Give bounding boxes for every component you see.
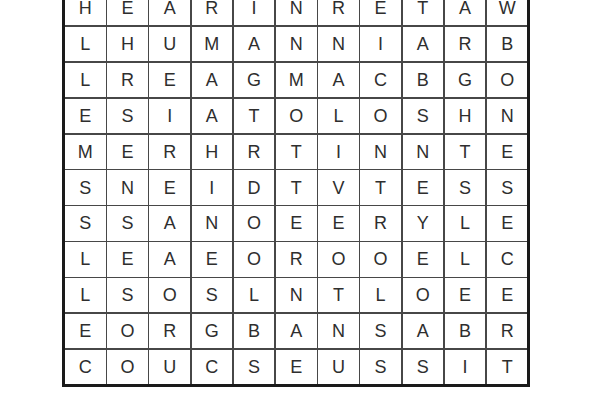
- grid-cell-r6c7[interactable]: V: [318, 170, 359, 204]
- grid-cell-r8c11[interactable]: C: [487, 242, 528, 276]
- grid-cell-r6c1[interactable]: S: [65, 170, 106, 204]
- grid-cell-r11c7[interactable]: U: [318, 350, 359, 384]
- grid-cell-r2c3[interactable]: U: [149, 27, 190, 61]
- grid-cell-r4c9[interactable]: S: [403, 99, 444, 133]
- grid-cell-r10c3[interactable]: R: [149, 314, 190, 348]
- grid-cell-r8c9[interactable]: E: [403, 242, 444, 276]
- grid-cell-r1c11[interactable]: W: [487, 0, 528, 25]
- grid-cell-r2c6[interactable]: N: [276, 27, 317, 61]
- grid-cell-r5c2[interactable]: E: [107, 135, 148, 169]
- grid-cell-r9c6[interactable]: N: [276, 278, 317, 312]
- grid-cell-r9c3[interactable]: O: [149, 278, 190, 312]
- grid-cell-r6c10[interactable]: S: [445, 170, 486, 204]
- grid-cell-r3c10[interactable]: G: [445, 63, 486, 97]
- grid-cell-r7c1[interactable]: S: [65, 206, 106, 240]
- grid-cell-r7c6[interactable]: E: [276, 206, 317, 240]
- grid-cell-r7c2[interactable]: S: [107, 206, 148, 240]
- grid-cell-r8c8[interactable]: O: [360, 242, 401, 276]
- grid-cell-r10c2[interactable]: O: [107, 314, 148, 348]
- grid-cell-r10c10[interactable]: B: [445, 314, 486, 348]
- grid-cell-r5c9[interactable]: N: [403, 135, 444, 169]
- grid-cell-r6c11[interactable]: S: [487, 170, 528, 204]
- grid-cell-r1c4[interactable]: R: [192, 0, 233, 25]
- grid-cell-r8c4[interactable]: E: [192, 242, 233, 276]
- grid-cell-r3c5[interactable]: G: [234, 63, 275, 97]
- grid-cell-r4c2[interactable]: S: [107, 99, 148, 133]
- grid-cell-r6c3[interactable]: E: [149, 170, 190, 204]
- grid-cell-r5c10[interactable]: T: [445, 135, 486, 169]
- grid-cell-r11c2[interactable]: O: [107, 350, 148, 384]
- grid-cell-r3c6[interactable]: M: [276, 63, 317, 97]
- grid-cell-r4c3[interactable]: I: [149, 99, 190, 133]
- grid-cell-r9c11[interactable]: E: [487, 278, 528, 312]
- grid-cell-r6c6[interactable]: T: [276, 170, 317, 204]
- grid-cell-r1c5[interactable]: I: [234, 0, 275, 25]
- grid-cell-r6c4[interactable]: I: [192, 170, 233, 204]
- grid-cell-r1c7[interactable]: R: [318, 0, 359, 25]
- grid-cell-r7c10[interactable]: L: [445, 206, 486, 240]
- grid-cell-r5c11[interactable]: E: [487, 135, 528, 169]
- grid-cell-r4c6[interactable]: O: [276, 99, 317, 133]
- grid-cell-r5c7[interactable]: I: [318, 135, 359, 169]
- grid-cell-r2c4[interactable]: M: [192, 27, 233, 61]
- grid-cell-r8c10[interactable]: L: [445, 242, 486, 276]
- grid-cell-r3c7[interactable]: A: [318, 63, 359, 97]
- grid-cell-r2c8[interactable]: I: [360, 27, 401, 61]
- grid-cell-r8c2[interactable]: E: [107, 242, 148, 276]
- grid-cell-r1c1[interactable]: H: [65, 0, 106, 25]
- grid-cell-r4c7[interactable]: L: [318, 99, 359, 133]
- grid-cell-r9c7[interactable]: T: [318, 278, 359, 312]
- grid-cell-r11c9[interactable]: S: [403, 350, 444, 384]
- grid-cell-r2c5[interactable]: A: [234, 27, 275, 61]
- grid-cell-r7c9[interactable]: Y: [403, 206, 444, 240]
- grid-cell-r4c4[interactable]: A: [192, 99, 233, 133]
- grid-cell-r3c11[interactable]: O: [487, 63, 528, 97]
- grid-cell-r3c1[interactable]: L: [65, 63, 106, 97]
- grid-cell-r5c3[interactable]: R: [149, 135, 190, 169]
- grid-cell-r7c11[interactable]: E: [487, 206, 528, 240]
- grid-cell-r11c1[interactable]: C: [65, 350, 106, 384]
- grid-cell-r2c7[interactable]: N: [318, 27, 359, 61]
- grid-cell-r2c9[interactable]: A: [403, 27, 444, 61]
- grid-cell-r7c3[interactable]: A: [149, 206, 190, 240]
- grid-cell-r9c8[interactable]: L: [360, 278, 401, 312]
- grid-cell-r9c10[interactable]: E: [445, 278, 486, 312]
- grid-cell-r8c5[interactable]: O: [234, 242, 275, 276]
- grid-cell-r11c11[interactable]: T: [487, 350, 528, 384]
- grid-cell-r1c8[interactable]: E: [360, 0, 401, 25]
- grid-cell-r8c6[interactable]: R: [276, 242, 317, 276]
- grid-cell-r6c8[interactable]: T: [360, 170, 401, 204]
- grid-cell-r5c5[interactable]: R: [234, 135, 275, 169]
- grid-cell-r1c9[interactable]: T: [403, 0, 444, 25]
- grid-cell-r9c1[interactable]: L: [65, 278, 106, 312]
- grid-cell-r5c6[interactable]: T: [276, 135, 317, 169]
- grid-cell-r9c5[interactable]: L: [234, 278, 275, 312]
- grid-cell-r1c3[interactable]: A: [149, 0, 190, 25]
- grid-cell-r9c2[interactable]: S: [107, 278, 148, 312]
- grid-cell-r8c7[interactable]: O: [318, 242, 359, 276]
- grid-cell-r7c4[interactable]: N: [192, 206, 233, 240]
- grid-cell-r10c5[interactable]: B: [234, 314, 275, 348]
- grid-cell-r7c7[interactable]: E: [318, 206, 359, 240]
- grid-cell-r8c1[interactable]: L: [65, 242, 106, 276]
- grid-cell-r10c4[interactable]: G: [192, 314, 233, 348]
- grid-cell-r1c6[interactable]: N: [276, 0, 317, 25]
- grid-cell-r3c2[interactable]: R: [107, 63, 148, 97]
- grid-cell-r7c5[interactable]: O: [234, 206, 275, 240]
- grid-cell-r2c1[interactable]: L: [65, 27, 106, 61]
- grid-cell-r4c11[interactable]: N: [487, 99, 528, 133]
- grid-cell-r4c8[interactable]: O: [360, 99, 401, 133]
- grid-cell-r10c11[interactable]: R: [487, 314, 528, 348]
- grid-cell-r10c7[interactable]: N: [318, 314, 359, 348]
- grid-cell-r2c2[interactable]: H: [107, 27, 148, 61]
- grid-cell-r10c8[interactable]: S: [360, 314, 401, 348]
- grid-cell-r11c10[interactable]: I: [445, 350, 486, 384]
- grid-cell-r11c8[interactable]: S: [360, 350, 401, 384]
- grid-cell-r5c1[interactable]: M: [65, 135, 106, 169]
- grid-cell-r9c4[interactable]: S: [192, 278, 233, 312]
- grid-cell-r6c2[interactable]: N: [107, 170, 148, 204]
- grid-cell-r11c5[interactable]: S: [234, 350, 275, 384]
- grid-cell-r10c9[interactable]: A: [403, 314, 444, 348]
- grid-cell-r11c6[interactable]: E: [276, 350, 317, 384]
- grid-cell-r2c11[interactable]: B: [487, 27, 528, 61]
- grid-cell-r4c10[interactable]: H: [445, 99, 486, 133]
- word-search-board: HEARINRETAWLHUMANNIARBLREAGMACBGOESIATOL…: [62, 0, 530, 387]
- grid-cell-r5c4[interactable]: H: [192, 135, 233, 169]
- grid-cell-r1c10[interactable]: A: [445, 0, 486, 25]
- grid-cell-r6c5[interactable]: D: [234, 170, 275, 204]
- grid-cell-r7c8[interactable]: R: [360, 206, 401, 240]
- grid-cell-r10c1[interactable]: E: [65, 314, 106, 348]
- grid-cell-r1c2[interactable]: E: [107, 0, 148, 25]
- grid-cell-r4c5[interactable]: T: [234, 99, 275, 133]
- grid-cell-r3c9[interactable]: B: [403, 63, 444, 97]
- grid-cell-r6c9[interactable]: E: [403, 170, 444, 204]
- grid-cell-r10c6[interactable]: A: [276, 314, 317, 348]
- grid-cell-r8c3[interactable]: A: [149, 242, 190, 276]
- grid-cell-r9c9[interactable]: O: [403, 278, 444, 312]
- grid-cell-r3c3[interactable]: E: [149, 63, 190, 97]
- grid-cell-r11c3[interactable]: U: [149, 350, 190, 384]
- grid-cell-r4c1[interactable]: E: [65, 99, 106, 133]
- grid-cell-r2c10[interactable]: R: [445, 27, 486, 61]
- grid-cell-r11c4[interactable]: C: [192, 350, 233, 384]
- grid-cell-r3c8[interactable]: C: [360, 63, 401, 97]
- grid-cell-r3c4[interactable]: A: [192, 63, 233, 97]
- grid-cell-r5c8[interactable]: N: [360, 135, 401, 169]
